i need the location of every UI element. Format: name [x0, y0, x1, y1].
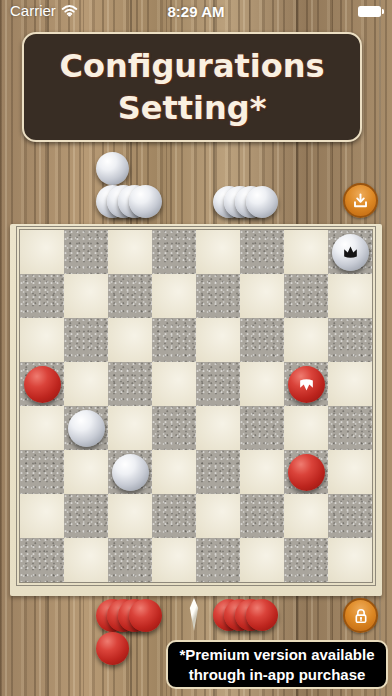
square-g2[interactable] — [284, 494, 328, 538]
square-f3[interactable] — [240, 450, 284, 494]
premium-tooltip-line1: *Premium version available — [174, 645, 380, 665]
clock: 8:29 AM — [168, 3, 225, 20]
square-h3[interactable] — [328, 450, 372, 494]
square-e5[interactable] — [196, 362, 240, 406]
square-a3[interactable] — [20, 450, 64, 494]
square-a4[interactable] — [20, 406, 64, 450]
square-c8[interactable] — [108, 230, 152, 274]
lock-icon — [352, 607, 370, 625]
status-bar: Carrier 8:29 AM — [0, 0, 392, 24]
red-tray-piece[interactable] — [246, 599, 278, 631]
square-b2[interactable] — [64, 494, 108, 538]
square-h2[interactable] — [328, 494, 372, 538]
square-b6[interactable] — [64, 318, 108, 362]
square-c5[interactable] — [108, 362, 152, 406]
red-king-piece[interactable] — [288, 366, 325, 403]
square-e2[interactable] — [196, 494, 240, 538]
square-d1[interactable] — [152, 538, 196, 582]
diamond-marker — [187, 598, 201, 631]
square-d7[interactable] — [152, 274, 196, 318]
red-tray-piece[interactable] — [129, 599, 162, 632]
board-squares — [20, 230, 372, 582]
page-title-line1: Configurations — [59, 45, 324, 87]
crown-icon — [341, 243, 360, 262]
square-g5[interactable] — [284, 362, 328, 406]
download-icon — [352, 192, 369, 209]
square-d6[interactable] — [152, 318, 196, 362]
square-b7[interactable] — [64, 274, 108, 318]
square-d5[interactable] — [152, 362, 196, 406]
square-f2[interactable] — [240, 494, 284, 538]
red-man-piece[interactable] — [24, 366, 61, 403]
square-d2[interactable] — [152, 494, 196, 538]
square-c2[interactable] — [108, 494, 152, 538]
premium-tooltip-line2: through in-app purchase — [174, 665, 380, 685]
square-h4[interactable] — [328, 406, 372, 450]
square-b8[interactable] — [64, 230, 108, 274]
square-f6[interactable] — [240, 318, 284, 362]
square-e3[interactable] — [196, 450, 240, 494]
square-g7[interactable] — [284, 274, 328, 318]
square-b4[interactable] — [64, 406, 108, 450]
square-a7[interactable] — [20, 274, 64, 318]
square-a1[interactable] — [20, 538, 64, 582]
white-tray-piece[interactable] — [96, 152, 129, 185]
square-g1[interactable] — [284, 538, 328, 582]
square-f7[interactable] — [240, 274, 284, 318]
white-king-piece[interactable] — [332, 234, 369, 271]
square-b3[interactable] — [64, 450, 108, 494]
page-title: Configurations Setting* — [22, 32, 362, 142]
square-f5[interactable] — [240, 362, 284, 406]
square-c3[interactable] — [108, 450, 152, 494]
crown-icon — [297, 375, 316, 394]
square-h8[interactable] — [328, 230, 372, 274]
checkers-config-screen: Carrier 8:29 AM Configurations Setting* — [0, 0, 392, 696]
square-d3[interactable] — [152, 450, 196, 494]
square-b1[interactable] — [64, 538, 108, 582]
square-h7[interactable] — [328, 274, 372, 318]
square-e7[interactable] — [196, 274, 240, 318]
square-a6[interactable] — [20, 318, 64, 362]
square-e8[interactable] — [196, 230, 240, 274]
square-g6[interactable] — [284, 318, 328, 362]
white-man-piece[interactable] — [68, 410, 105, 447]
square-e1[interactable] — [196, 538, 240, 582]
white-tray-piece[interactable] — [129, 185, 162, 218]
square-a8[interactable] — [20, 230, 64, 274]
download-button[interactable] — [343, 183, 378, 218]
red-man-piece[interactable] — [288, 454, 325, 491]
square-f8[interactable] — [240, 230, 284, 274]
white-tray-piece[interactable] — [246, 186, 278, 218]
square-g3[interactable] — [284, 450, 328, 494]
square-c4[interactable] — [108, 406, 152, 450]
wifi-icon — [61, 4, 78, 17]
square-f4[interactable] — [240, 406, 284, 450]
square-a2[interactable] — [20, 494, 64, 538]
battery-full-icon — [358, 6, 384, 17]
square-e4[interactable] — [196, 406, 240, 450]
square-c7[interactable] — [108, 274, 152, 318]
page-title-line2: Setting* — [118, 87, 267, 129]
square-h6[interactable] — [328, 318, 372, 362]
square-e6[interactable] — [196, 318, 240, 362]
checkers-board — [10, 224, 382, 596]
square-c1[interactable] — [108, 538, 152, 582]
square-f1[interactable] — [240, 538, 284, 582]
square-a5[interactable] — [20, 362, 64, 406]
square-c6[interactable] — [108, 318, 152, 362]
square-h5[interactable] — [328, 362, 372, 406]
square-h1[interactable] — [328, 538, 372, 582]
lock-button[interactable] — [343, 598, 378, 633]
premium-tooltip: *Premium version available through in-ap… — [166, 640, 388, 689]
carrier-label: Carrier — [10, 2, 56, 19]
white-man-piece[interactable] — [112, 454, 149, 491]
square-g4[interactable] — [284, 406, 328, 450]
square-d4[interactable] — [152, 406, 196, 450]
red-tray-piece[interactable] — [96, 632, 129, 665]
square-g8[interactable] — [284, 230, 328, 274]
square-b5[interactable] — [64, 362, 108, 406]
square-d8[interactable] — [152, 230, 196, 274]
